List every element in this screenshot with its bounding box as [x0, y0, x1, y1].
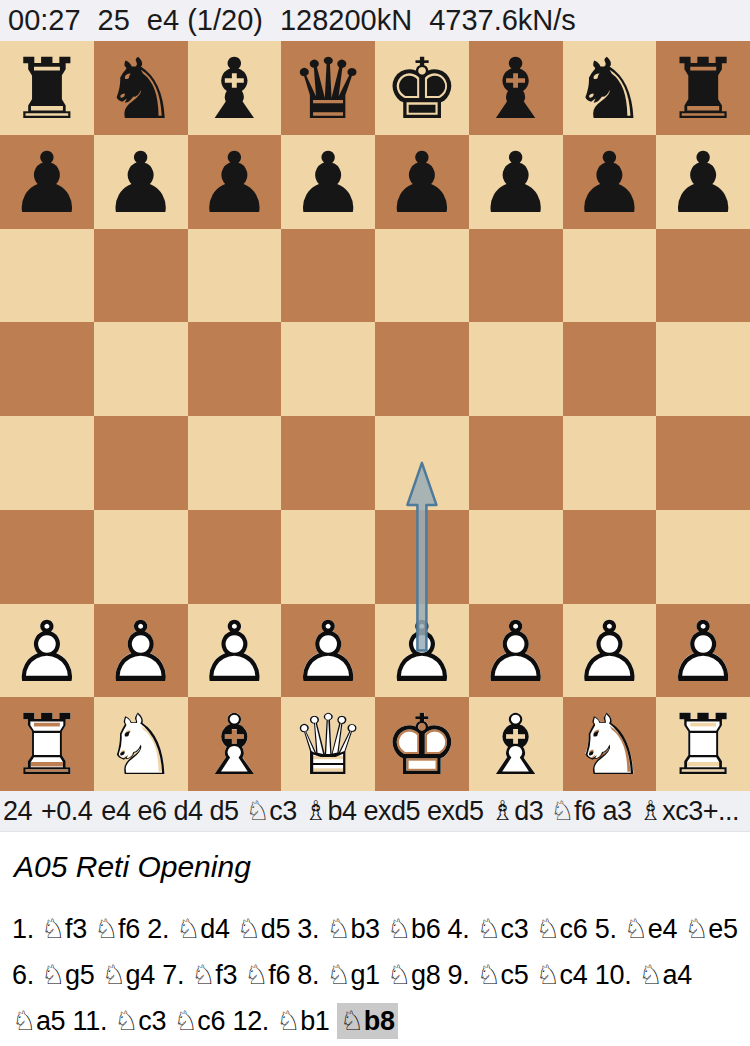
square-d3[interactable] — [281, 510, 375, 604]
white-king: ♚♔ — [375, 697, 469, 791]
board-area: ♜♞♝♛♚♝♞♜♟♟♟♟♟♟♟♟♟♙♟♙♟♙♟♙♟♙♟♙♟♙♟♙♜♖♞♘♝♗♛♕… — [0, 41, 750, 791]
square-f7[interactable]: ♟ — [469, 135, 563, 229]
engine-current-move: e4 (1/20) — [147, 4, 263, 37]
engine-status-bar[interactable]: 00:27 25 e4 (1/20) 128200kN 4737.6kN/s — [0, 0, 750, 41]
chess-board: ♜♞♝♛♚♝♞♜♟♟♟♟♟♟♟♟♟♙♟♙♟♙♟♙♟♙♟♙♟♙♟♙♜♖♞♘♝♗♛♕… — [0, 41, 750, 791]
square-e5[interactable] — [375, 322, 469, 416]
square-b4[interactable] — [94, 416, 188, 510]
square-f8[interactable]: ♝ — [469, 41, 563, 135]
square-f1[interactable]: ♝♗ — [469, 697, 563, 791]
square-b8[interactable]: ♞ — [94, 41, 188, 135]
analysis-pv: e4 e6 d4 d5 ♘c3 ♗b4 exd5 exd5 ♗d3 ♘f6 a3… — [101, 795, 739, 827]
square-a8[interactable]: ♜ — [0, 41, 94, 135]
square-g8[interactable]: ♞ — [563, 41, 657, 135]
black-knight: ♞ — [563, 41, 657, 135]
square-e2[interactable]: ♟♙ — [375, 604, 469, 698]
square-d1[interactable]: ♛♕ — [281, 697, 375, 791]
square-e4[interactable] — [375, 416, 469, 510]
square-a5[interactable] — [0, 322, 94, 416]
engine-depth: 25 — [98, 4, 130, 37]
analysis-depth: 24 — [3, 796, 32, 827]
white-queen: ♛♕ — [281, 697, 375, 791]
square-h1[interactable]: ♜♖ — [656, 697, 750, 791]
current-move-highlight[interactable]: ♘b8 — [337, 1003, 398, 1039]
square-d5[interactable] — [281, 322, 375, 416]
square-a7[interactable]: ♟ — [0, 135, 94, 229]
black-queen: ♛ — [281, 41, 375, 135]
square-g6[interactable] — [563, 229, 657, 323]
white-bishop: ♝♗ — [469, 697, 563, 791]
black-rook: ♜ — [0, 41, 94, 135]
square-c6[interactable] — [188, 229, 282, 323]
square-e8[interactable]: ♚ — [375, 41, 469, 135]
square-f2[interactable]: ♟♙ — [469, 604, 563, 698]
square-e1[interactable]: ♚♔ — [375, 697, 469, 791]
square-c2[interactable]: ♟♙ — [188, 604, 282, 698]
square-c3[interactable] — [188, 510, 282, 604]
white-rook: ♜♖ — [656, 697, 750, 791]
black-pawn: ♟ — [375, 135, 469, 229]
black-knight: ♞ — [94, 41, 188, 135]
square-d4[interactable] — [281, 416, 375, 510]
white-pawn: ♟♙ — [375, 604, 469, 698]
square-a3[interactable] — [0, 510, 94, 604]
square-h6[interactable] — [656, 229, 750, 323]
square-a2[interactable]: ♟♙ — [0, 604, 94, 698]
square-d2[interactable]: ♟♙ — [281, 604, 375, 698]
square-a4[interactable] — [0, 416, 94, 510]
square-b5[interactable] — [94, 322, 188, 416]
black-bishop: ♝ — [188, 41, 282, 135]
square-g2[interactable]: ♟♙ — [563, 604, 657, 698]
square-g5[interactable] — [563, 322, 657, 416]
black-pawn: ♟ — [0, 135, 94, 229]
square-d7[interactable]: ♟ — [281, 135, 375, 229]
black-pawn: ♟ — [563, 135, 657, 229]
square-f4[interactable] — [469, 416, 563, 510]
square-b3[interactable] — [94, 510, 188, 604]
square-h5[interactable] — [656, 322, 750, 416]
square-h4[interactable] — [656, 416, 750, 510]
square-g4[interactable] — [563, 416, 657, 510]
analysis-line-bar[interactable]: 24 +0.4 e4 e6 d4 d5 ♘c3 ♗b4 exd5 exd5 ♗d… — [0, 791, 750, 832]
square-a1[interactable]: ♜♖ — [0, 697, 94, 791]
white-bishop: ♝♗ — [188, 697, 282, 791]
square-c7[interactable]: ♟ — [188, 135, 282, 229]
square-b1[interactable]: ♞♘ — [94, 697, 188, 791]
square-f3[interactable] — [469, 510, 563, 604]
square-e7[interactable]: ♟ — [375, 135, 469, 229]
opening-name: A05 Reti Opening — [14, 849, 750, 885]
black-pawn: ♟ — [281, 135, 375, 229]
square-h2[interactable]: ♟♙ — [656, 604, 750, 698]
square-h7[interactable]: ♟ — [656, 135, 750, 229]
engine-time: 00:27 — [8, 4, 81, 37]
square-g3[interactable] — [563, 510, 657, 604]
black-pawn: ♟ — [94, 135, 188, 229]
square-f5[interactable] — [469, 322, 563, 416]
square-h8[interactable]: ♜ — [656, 41, 750, 135]
engine-nodes: 128200kN — [280, 4, 412, 37]
engine-speed: 4737.6kN/s — [429, 4, 576, 37]
analysis-eval: +0.4 — [41, 796, 92, 827]
white-pawn: ♟♙ — [469, 604, 563, 698]
square-g7[interactable]: ♟ — [563, 135, 657, 229]
white-pawn: ♟♙ — [281, 604, 375, 698]
black-pawn: ♟ — [656, 135, 750, 229]
white-rook: ♜♖ — [0, 697, 94, 791]
white-pawn: ♟♙ — [563, 604, 657, 698]
square-e6[interactable] — [375, 229, 469, 323]
square-c8[interactable]: ♝ — [188, 41, 282, 135]
square-c5[interactable] — [188, 322, 282, 416]
white-knight: ♞♘ — [94, 697, 188, 791]
white-pawn: ♟♙ — [0, 604, 94, 698]
black-pawn: ♟ — [469, 135, 563, 229]
square-h3[interactable] — [656, 510, 750, 604]
white-knight: ♞♘ — [563, 697, 657, 791]
white-pawn: ♟♙ — [656, 604, 750, 698]
square-c1[interactable]: ♝♗ — [188, 697, 282, 791]
square-f6[interactable] — [469, 229, 563, 323]
square-a6[interactable] — [0, 229, 94, 323]
black-rook: ♜ — [656, 41, 750, 135]
black-pawn: ♟ — [188, 135, 282, 229]
square-d8[interactable]: ♛ — [281, 41, 375, 135]
square-c4[interactable] — [188, 416, 282, 510]
black-king: ♚ — [375, 41, 469, 135]
square-g1[interactable]: ♞♘ — [563, 697, 657, 791]
square-b6[interactable] — [94, 229, 188, 323]
square-e3[interactable] — [375, 510, 469, 604]
square-d6[interactable] — [281, 229, 375, 323]
square-b7[interactable]: ♟ — [94, 135, 188, 229]
white-pawn: ♟♙ — [188, 604, 282, 698]
black-bishop: ♝ — [469, 41, 563, 135]
square-b2[interactable]: ♟♙ — [94, 604, 188, 698]
move-list[interactable]: 1. ♘f3 ♘f6 2. ♘d4 ♘d5 3. ♘b3 ♘b6 4. ♘c3 … — [12, 906, 738, 1044]
white-pawn: ♟♙ — [94, 604, 188, 698]
